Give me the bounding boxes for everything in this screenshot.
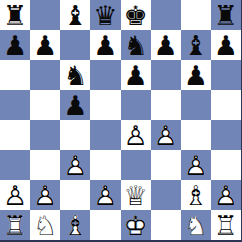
piece-glyph: ♟	[151, 30, 181, 60]
square-c5[interactable]: ♟	[60, 90, 90, 120]
square-f4[interactable]: ♟♙	[151, 120, 181, 150]
black-knight-e7[interactable]: ♞	[121, 30, 151, 60]
piece-outline-glyph: ♖	[0, 210, 30, 240]
square-b3[interactable]	[30, 150, 60, 180]
square-g7[interactable]: ♝	[181, 30, 211, 60]
square-f5[interactable]	[151, 90, 181, 120]
square-h6[interactable]	[211, 60, 241, 90]
black-bishop-g7[interactable]: ♝	[181, 30, 211, 60]
black-pawn-h7[interactable]: ♟	[211, 30, 241, 60]
square-g6[interactable]: ♟	[181, 60, 211, 90]
square-b8[interactable]	[30, 0, 60, 30]
white-bishop-g2[interactable]: ♝♗	[181, 180, 211, 210]
square-g1[interactable]: ♞♘	[181, 210, 211, 240]
piece-glyph: ♟	[211, 30, 241, 60]
white-pawn-f4[interactable]: ♟♙	[151, 120, 181, 150]
white-pawn-b2[interactable]: ♟♙	[30, 180, 60, 210]
square-b6[interactable]	[30, 60, 60, 90]
square-g8[interactable]	[181, 0, 211, 30]
square-a8[interactable]: ♜	[0, 0, 30, 30]
black-pawn-a7[interactable]: ♟	[0, 30, 30, 60]
square-c6[interactable]: ♞	[60, 60, 90, 90]
square-e8[interactable]: ♚	[121, 0, 151, 30]
square-e6[interactable]: ♟	[121, 60, 151, 90]
square-b5[interactable]	[30, 90, 60, 120]
square-f3[interactable]	[151, 150, 181, 180]
square-f7[interactable]: ♟	[151, 30, 181, 60]
square-d2[interactable]: ♟♙	[90, 180, 120, 210]
square-d3[interactable]	[90, 150, 120, 180]
piece-outline-glyph: ♙	[30, 180, 60, 210]
piece-outline-glyph: ♗	[181, 180, 211, 210]
piece-glyph: ♟	[0, 30, 30, 60]
piece-outline-glyph: ♙	[181, 150, 211, 180]
square-c1[interactable]: ♝♗	[60, 210, 90, 240]
white-queen-e2[interactable]: ♛♕	[121, 180, 151, 210]
piece-glyph: ♞	[121, 30, 151, 60]
square-g2[interactable]: ♝♗	[181, 180, 211, 210]
square-a4[interactable]	[0, 120, 30, 150]
square-a6[interactable]	[0, 60, 30, 90]
square-a5[interactable]	[0, 90, 30, 120]
square-c2[interactable]	[60, 180, 90, 210]
white-pawn-h2[interactable]: ♟♙	[211, 180, 241, 210]
square-d4[interactable]	[90, 120, 120, 150]
piece-outline-glyph: ♙	[211, 180, 241, 210]
piece-outline-glyph: ♙	[60, 150, 90, 180]
piece-outline-glyph: ♖	[211, 210, 241, 240]
square-f8[interactable]	[151, 0, 181, 30]
square-d8[interactable]: ♛	[90, 0, 120, 30]
black-pawn-f7[interactable]: ♟	[151, 30, 181, 60]
white-pawn-g3[interactable]: ♟♙	[181, 150, 211, 180]
square-e5[interactable]	[121, 90, 151, 120]
white-rook-a1[interactable]: ♜♖	[0, 210, 30, 240]
black-knight-c6[interactable]: ♞	[60, 60, 90, 90]
square-e3[interactable]	[121, 150, 151, 180]
square-e2[interactable]: ♛♕	[121, 180, 151, 210]
piece-glyph: ♛	[90, 0, 120, 30]
square-g5[interactable]	[181, 90, 211, 120]
black-queen-d8[interactable]: ♛	[90, 0, 120, 30]
piece-glyph: ♟	[30, 30, 60, 60]
piece-outline-glyph: ♔	[121, 210, 151, 240]
piece-outline-glyph: ♙	[121, 120, 151, 150]
black-king-e8[interactable]: ♚	[121, 0, 151, 30]
black-bishop-c8[interactable]: ♝	[60, 0, 90, 30]
square-d7[interactable]: ♟	[90, 30, 120, 60]
square-f2[interactable]	[151, 180, 181, 210]
white-pawn-e4[interactable]: ♟♙	[121, 120, 151, 150]
piece-outline-glyph: ♗	[60, 210, 90, 240]
chess-board-container: ♜♝♛♚♜♟♟♟♞♟♝♟♞♟♟♟♟♙♟♙♟♙♟♙♟♙♟♙♟♙♛♕♝♗♟♙♜♖♞♘…	[0, 0, 242, 242]
square-a2[interactable]: ♟♙	[0, 180, 30, 210]
piece-glyph: ♟	[60, 90, 90, 120]
square-b1[interactable]: ♞♘	[30, 210, 60, 240]
piece-glyph: ♜	[0, 0, 30, 30]
square-h5[interactable]	[211, 90, 241, 120]
white-pawn-d2[interactable]: ♟♙	[90, 180, 120, 210]
piece-glyph: ♟	[181, 60, 211, 90]
piece-outline-glyph: ♘	[181, 210, 211, 240]
piece-glyph: ♝	[181, 30, 211, 60]
square-d5[interactable]	[90, 90, 120, 120]
piece-glyph: ♚	[121, 0, 151, 30]
black-pawn-c5[interactable]: ♟	[60, 90, 90, 120]
square-e1[interactable]: ♚♔	[121, 210, 151, 240]
square-g3[interactable]: ♟♙	[181, 150, 211, 180]
white-bishop-c1[interactable]: ♝♗	[60, 210, 90, 240]
square-h1[interactable]: ♜♖	[211, 210, 241, 240]
black-pawn-d7[interactable]: ♟	[90, 30, 120, 60]
black-pawn-b7[interactable]: ♟	[30, 30, 60, 60]
square-e4[interactable]: ♟♙	[121, 120, 151, 150]
white-king-e1[interactable]: ♚♔	[121, 210, 151, 240]
square-b2[interactable]: ♟♙	[30, 180, 60, 210]
piece-outline-glyph: ♙	[0, 180, 30, 210]
square-c4[interactable]	[60, 120, 90, 150]
piece-glyph: ♝	[60, 0, 90, 30]
piece-glyph: ♟	[121, 60, 151, 90]
white-pawn-c3[interactable]: ♟♙	[60, 150, 90, 180]
square-a1[interactable]: ♜♖	[0, 210, 30, 240]
white-knight-g1[interactable]: ♞♘	[181, 210, 211, 240]
black-rook-h8[interactable]: ♜	[211, 0, 241, 30]
square-h7[interactable]: ♟	[211, 30, 241, 60]
square-a3[interactable]	[0, 150, 30, 180]
square-a7[interactable]: ♟	[0, 30, 30, 60]
white-knight-b1[interactable]: ♞♘	[30, 210, 60, 240]
square-f1[interactable]	[151, 210, 181, 240]
chess-board: ♜♝♛♚♜♟♟♟♞♟♝♟♞♟♟♟♟♙♟♙♟♙♟♙♟♙♟♙♟♙♛♕♝♗♟♙♜♖♞♘…	[0, 0, 242, 242]
square-d1[interactable]	[90, 210, 120, 240]
square-c7[interactable]	[60, 30, 90, 60]
white-pawn-a2[interactable]: ♟♙	[0, 180, 30, 210]
piece-glyph: ♟	[90, 30, 120, 60]
piece-outline-glyph: ♘	[30, 210, 60, 240]
white-rook-h1[interactable]: ♜♖	[211, 210, 241, 240]
black-rook-a8[interactable]: ♜	[0, 0, 30, 30]
piece-outline-glyph: ♙	[90, 180, 120, 210]
square-d6[interactable]	[90, 60, 120, 90]
square-h2[interactable]: ♟♙	[211, 180, 241, 210]
square-b7[interactable]: ♟	[30, 30, 60, 60]
square-h3[interactable]	[211, 150, 241, 180]
piece-outline-glyph: ♕	[121, 180, 151, 210]
square-e7[interactable]: ♞	[121, 30, 151, 60]
square-f6[interactable]	[151, 60, 181, 90]
square-c8[interactable]: ♝	[60, 0, 90, 30]
black-pawn-g6[interactable]: ♟	[181, 60, 211, 90]
square-g4[interactable]	[181, 120, 211, 150]
piece-glyph: ♞	[60, 60, 90, 90]
square-b4[interactable]	[30, 120, 60, 150]
black-pawn-e6[interactable]: ♟	[121, 60, 151, 90]
piece-glyph: ♜	[211, 0, 241, 30]
square-h4[interactable]	[211, 120, 241, 150]
piece-outline-glyph: ♙	[151, 120, 181, 150]
square-c3[interactable]: ♟♙	[60, 150, 90, 180]
square-h8[interactable]: ♜	[211, 0, 241, 30]
